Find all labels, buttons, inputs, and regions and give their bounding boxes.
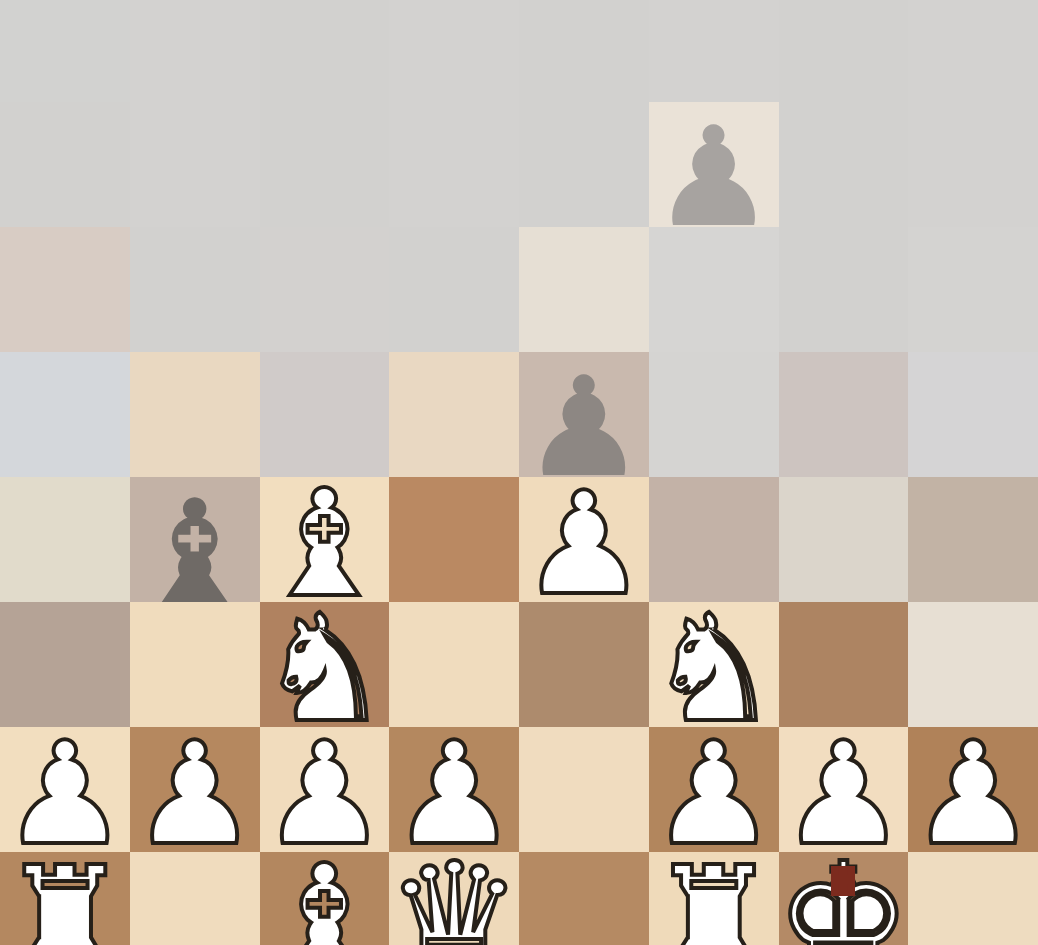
chessboard: ♟♟♝♝♟♞♞♟♟♟♟♟♟♟♜♝♛♜♚: [0, 0, 1038, 945]
square-h4[interactable]: [908, 477, 1038, 602]
square-b4[interactable]: ♝: [130, 477, 260, 602]
square-a6[interactable]: [0, 227, 130, 352]
square-h3[interactable]: [908, 602, 1038, 727]
square-e3[interactable]: [519, 602, 649, 727]
black-bishop-ghost-b4: ♝: [130, 490, 260, 615]
square-b5[interactable]: [130, 352, 260, 477]
square-a5[interactable]: [0, 352, 130, 477]
square-c3[interactable]: ♞: [260, 602, 390, 727]
square-d8[interactable]: [389, 0, 519, 102]
square-e5[interactable]: ♟: [519, 352, 649, 477]
square-g8[interactable]: [779, 0, 909, 102]
square-d5[interactable]: [389, 352, 519, 477]
white-king-g1[interactable]: ♚: [779, 856, 909, 945]
square-g6[interactable]: [779, 227, 909, 352]
square-h1[interactable]: [908, 852, 1038, 945]
square-h7[interactable]: [908, 102, 1038, 227]
square-c8[interactable]: [260, 0, 390, 102]
square-c1[interactable]: ♝: [260, 852, 390, 945]
square-b2[interactable]: ♟: [130, 727, 260, 852]
white-pawn-h2[interactable]: ♟: [908, 731, 1038, 856]
square-f6[interactable]: [649, 227, 779, 352]
square-e2[interactable]: [519, 727, 649, 852]
white-pawn-b2[interactable]: ♟: [130, 731, 260, 856]
white-rook-a1[interactable]: ♜: [0, 856, 130, 945]
square-d6[interactable]: [389, 227, 519, 352]
square-f2[interactable]: ♟: [649, 727, 779, 852]
square-b1[interactable]: [130, 852, 260, 945]
square-e1[interactable]: [519, 852, 649, 945]
white-bishop-c1[interactable]: ♝: [260, 856, 390, 945]
square-h2[interactable]: ♟: [908, 727, 1038, 852]
square-g7[interactable]: [779, 102, 909, 227]
square-e7[interactable]: [519, 102, 649, 227]
square-d4[interactable]: [389, 477, 519, 602]
square-e6[interactable]: [519, 227, 649, 352]
square-e4[interactable]: ♟: [519, 477, 649, 602]
square-h6[interactable]: [908, 227, 1038, 352]
square-f5[interactable]: [649, 352, 779, 477]
square-c6[interactable]: [260, 227, 390, 352]
square-d7[interactable]: [389, 102, 519, 227]
square-f1[interactable]: ♜: [649, 852, 779, 945]
square-h5[interactable]: [908, 352, 1038, 477]
square-c7[interactable]: [260, 102, 390, 227]
square-h8[interactable]: [908, 0, 1038, 102]
square-d1[interactable]: ♛: [389, 852, 519, 945]
square-g5[interactable]: [779, 352, 909, 477]
square-f7[interactable]: ♟: [649, 102, 779, 227]
square-a7[interactable]: [0, 102, 130, 227]
square-a1[interactable]: ♜: [0, 852, 130, 945]
square-a3[interactable]: [0, 602, 130, 727]
square-a4[interactable]: [0, 477, 130, 602]
square-b8[interactable]: [130, 0, 260, 102]
square-f3[interactable]: ♞: [649, 602, 779, 727]
square-a8[interactable]: [0, 0, 130, 102]
square-b3[interactable]: [130, 602, 260, 727]
black-pawn-ghost-f7: ♟: [649, 115, 779, 240]
square-g1[interactable]: ♚: [779, 852, 909, 945]
square-d3[interactable]: [389, 602, 519, 727]
white-rook-f1[interactable]: ♜: [649, 856, 779, 945]
square-e8[interactable]: [519, 0, 649, 102]
square-b7[interactable]: [130, 102, 260, 227]
square-b6[interactable]: [130, 227, 260, 352]
square-f8[interactable]: [649, 0, 779, 102]
square-a2[interactable]: ♟: [0, 727, 130, 852]
white-pawn-e4[interactable]: ♟: [519, 481, 649, 606]
square-g3[interactable]: [779, 602, 909, 727]
white-queen-d1[interactable]: ♛: [389, 856, 519, 945]
square-g4[interactable]: [779, 477, 909, 602]
chessboard-viewport: ♟♟♝♝♟♞♞♟♟♟♟♟♟♟♜♝♛♜♚: [0, 0, 1038, 945]
